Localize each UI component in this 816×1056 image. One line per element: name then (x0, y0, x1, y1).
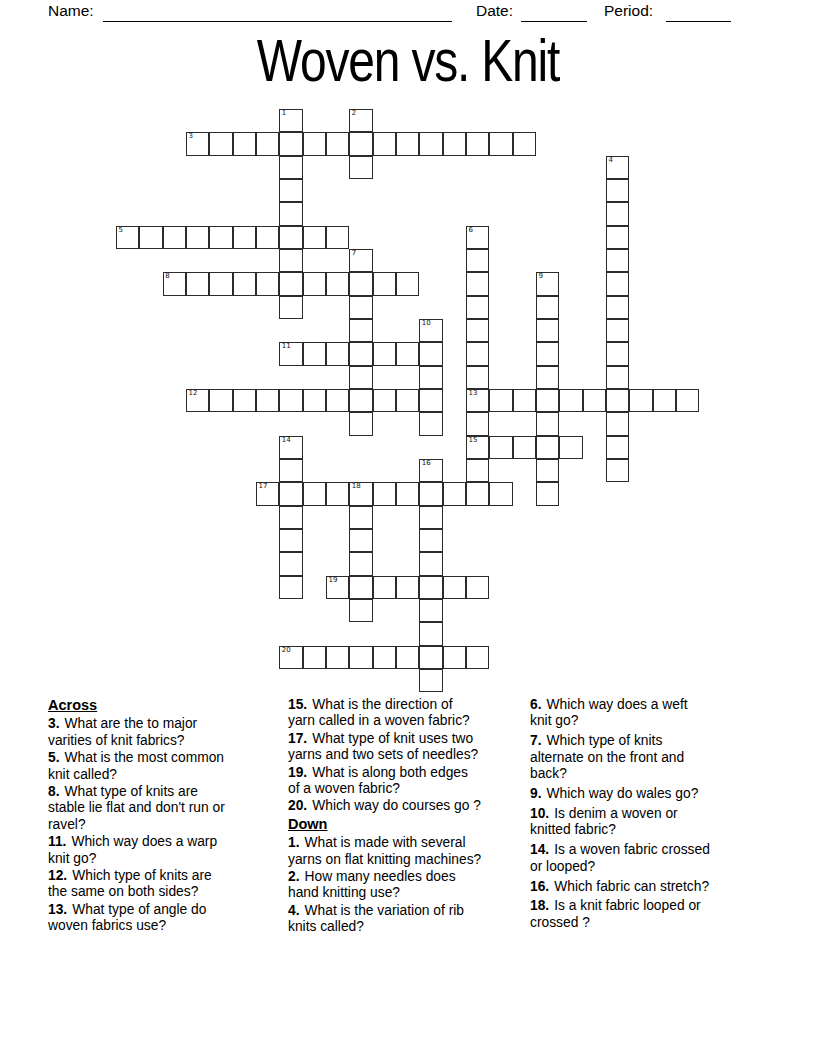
grid-cell-r5c4[interactable] (209, 226, 232, 249)
clue-text: How many needles does hand knitting use? (288, 869, 456, 900)
grid-cell-r7c15[interactable] (466, 272, 489, 295)
grid-cell-r18c13[interactable] (419, 529, 442, 552)
grid-cell-r12c17[interactable] (513, 389, 536, 412)
grid-cell-r1c7[interactable] (279, 132, 302, 155)
grid-cell-r17c10[interactable] (349, 506, 372, 529)
clue-text: What type of knit uses two yarns and two… (288, 731, 478, 762)
grid-cell-r1c4[interactable] (209, 132, 232, 155)
grid-cell-r7c4[interactable] (209, 272, 232, 295)
grid-cell-r5c0[interactable]: 5 (116, 226, 139, 249)
grid-cell-r0c7[interactable]: 1 (279, 109, 302, 132)
grid-cell-r12c22[interactable] (629, 389, 652, 412)
clue-down-9: 9.Which way do wales go? (530, 786, 748, 802)
grid-cell-r6c21[interactable] (606, 249, 629, 272)
grid-cell-r16c13[interactable] (419, 482, 442, 505)
clue-number: 6. (530, 697, 542, 712)
clue-number: 15. (288, 697, 307, 712)
cell-number: 7 (352, 249, 356, 258)
grid-cell-r5c15[interactable]: 6 (466, 226, 489, 249)
clue-number: 2. (288, 869, 300, 884)
cell-number: 1 (282, 109, 286, 118)
clue-number: 4. (288, 903, 300, 918)
grid-cell-r20c10[interactable] (349, 576, 372, 599)
grid-cell-r12c4[interactable] (209, 389, 232, 412)
clue-text: What is the most common knit called? (48, 750, 224, 781)
clue-across-17: 17.What type of knit uses two yarns and … (288, 731, 538, 764)
grid-cell-r11c13[interactable] (419, 366, 442, 389)
clue-down-16: 16.Which fabric can stretch? (530, 879, 748, 895)
cell-number: 10 (422, 319, 431, 328)
grid-cell-r8c15[interactable] (466, 296, 489, 319)
clue-text: Is a woven fabric crossed or looped? (530, 842, 710, 873)
name-label: Name: (48, 2, 94, 20)
grid-cell-r7c21[interactable] (606, 272, 629, 295)
worksheet-title: Woven vs. Knit (82, 30, 735, 92)
clue-down-2: 2.How many needles does hand knitting us… (288, 869, 538, 902)
grid-cell-r10c18[interactable] (536, 342, 559, 365)
grid-cell-r9c18[interactable] (536, 319, 559, 342)
grid-cell-r23c8[interactable] (303, 646, 326, 669)
cell-number: 8 (165, 272, 169, 281)
clue-text: Is denim a woven or knitted fabric? (530, 806, 678, 837)
clue-text: What is the variation of rib knits calle… (288, 903, 464, 934)
grid-cell-r5c21[interactable] (606, 226, 629, 249)
grid-cell-r5c3[interactable] (186, 226, 209, 249)
grid-cell-r12c16[interactable] (489, 389, 512, 412)
grid-cell-r14c19[interactable] (559, 436, 582, 459)
grid-cell-r15c21[interactable] (606, 459, 629, 482)
clue-down-6: 6.Which way does a weft knit go? (530, 697, 748, 730)
grid-cell-r16c11[interactable] (373, 482, 396, 505)
grid-cell-r11c18[interactable] (536, 366, 559, 389)
grid-cell-r7c8[interactable] (303, 272, 326, 295)
clue-down-18: 18.Is a knit fabric looped or crossed ? (530, 898, 748, 931)
clue-text: Which way does a warp knit go? (48, 834, 217, 865)
grid-cell-r23c7[interactable]: 20 (279, 646, 302, 669)
grid-cell-r19c7[interactable] (279, 552, 302, 575)
grid-cell-r13c15[interactable] (466, 412, 489, 435)
cell-number: 14 (282, 436, 291, 445)
grid-cell-r15c13[interactable]: 16 (419, 459, 442, 482)
grid-cell-r16c10[interactable]: 18 (349, 482, 372, 505)
grid-cell-r14c16[interactable] (489, 436, 512, 459)
grid-cell-r12c9[interactable] (326, 389, 349, 412)
grid-cell-r5c5[interactable] (233, 226, 256, 249)
grid-cell-r12c7[interactable] (279, 389, 302, 412)
grid-cell-r5c6[interactable] (256, 226, 279, 249)
grid-cell-r19c10[interactable] (349, 552, 372, 575)
grid-cell-r9c13[interactable]: 10 (419, 319, 442, 342)
grid-cell-r7c2[interactable]: 8 (163, 272, 186, 295)
period-input-line[interactable] (666, 4, 731, 22)
grid-cell-r5c7[interactable] (279, 226, 302, 249)
grid-cell-r12c15[interactable]: 13 (466, 389, 489, 412)
grid-cell-r23c12[interactable] (396, 646, 419, 669)
clue-down-10: 10.Is denim a woven or knitted fabric? (530, 806, 748, 839)
grid-cell-r10c9[interactable] (326, 342, 349, 365)
clue-number: 13. (48, 902, 67, 917)
clue-across-15: 15.What is the direction of yarn called … (288, 697, 538, 730)
clue-text: Which way do wales go? (547, 786, 699, 801)
grid-cell-r5c2[interactable] (163, 226, 186, 249)
clue-text: Which type of knits are the same on both… (48, 868, 212, 899)
clue-text: Which type of knits alternate on the fro… (530, 733, 684, 781)
period-label: Period: (604, 2, 653, 20)
grid-cell-r20c11[interactable] (373, 576, 396, 599)
cell-number: 19 (328, 576, 337, 585)
cell-number: 3 (188, 132, 192, 141)
grid-cell-r15c7[interactable] (279, 459, 302, 482)
clue-text: What is made with several yarns on flat … (288, 835, 481, 866)
clue-number: 12. (48, 868, 67, 883)
grid-cell-r12c20[interactable] (583, 389, 606, 412)
grid-cell-r14c21[interactable] (606, 436, 629, 459)
clue-number: 1. (288, 835, 300, 850)
grid-cell-r17c13[interactable] (419, 506, 442, 529)
grid-cell-r2c10[interactable] (349, 156, 372, 179)
clue-across-3: 3.What are the to major varities of knit… (48, 716, 294, 749)
grid-cell-r2c7[interactable] (279, 156, 302, 179)
cell-number: 17 (258, 482, 267, 491)
grid-cell-r20c15[interactable] (466, 576, 489, 599)
grid-cell-r9c21[interactable] (606, 319, 629, 342)
grid-cell-r7c3[interactable] (186, 272, 209, 295)
grid-cell-r12c11[interactable] (373, 389, 396, 412)
grid-cell-r10c12[interactable] (396, 342, 419, 365)
grid-cell-r10c8[interactable] (303, 342, 326, 365)
grid-cell-r12c3[interactable]: 12 (186, 389, 209, 412)
crossword-grid: 1234567891011121314151617181920 (116, 109, 699, 692)
clue-text: Is a knit fabric looped or crossed ? (530, 898, 701, 929)
grid-cell-r0c10[interactable]: 2 (349, 109, 372, 132)
clue-number: 7. (530, 733, 542, 748)
grid-cell-r12c21[interactable] (606, 389, 629, 412)
grid-cell-r2c21[interactable]: 4 (606, 156, 629, 179)
clue-number: 8. (48, 784, 60, 799)
clue-text: Which way does a weft knit go? (530, 697, 688, 728)
cell-number: 13 (468, 389, 477, 398)
grid-cell-r16c16[interactable] (489, 482, 512, 505)
grid-cell-r10c10[interactable] (349, 342, 372, 365)
clue-column-2: 15.What is the direction of yarn called … (288, 697, 538, 937)
grid-cell-r16c12[interactable] (396, 482, 419, 505)
grid-cell-r16c14[interactable] (443, 482, 466, 505)
grid-cell-r5c9[interactable] (326, 226, 349, 249)
grid-cell-r1c12[interactable] (396, 132, 419, 155)
grid-cell-r7c12[interactable] (396, 272, 419, 295)
grid-cell-r20c13[interactable] (419, 576, 442, 599)
grid-cell-r5c1[interactable] (139, 226, 162, 249)
name-input-line[interactable] (103, 4, 452, 22)
cell-number: 20 (282, 646, 291, 655)
grid-cell-r22c13[interactable] (419, 622, 442, 645)
grid-cell-r16c15[interactable] (466, 482, 489, 505)
grid-cell-r18c10[interactable] (349, 529, 372, 552)
clue-number: 14. (530, 842, 549, 857)
clue-across-5: 5.What is the most common knit called? (48, 750, 294, 783)
grid-cell-r14c15[interactable]: 15 (466, 436, 489, 459)
grid-cell-r9c15[interactable] (466, 319, 489, 342)
grid-cell-r13c13[interactable] (419, 412, 442, 435)
grid-cell-r12c19[interactable] (559, 389, 582, 412)
clue-text: What is along both edges of a woven fabr… (288, 765, 468, 796)
cell-number: 9 (538, 272, 542, 281)
grid-cell-r16c18[interactable] (536, 482, 559, 505)
grid-cell-r18c7[interactable] (279, 529, 302, 552)
grid-cell-r1c13[interactable] (419, 132, 442, 155)
grid-cell-r11c10[interactable] (349, 366, 372, 389)
grid-cell-r10c15[interactable] (466, 342, 489, 365)
grid-cell-r6c7[interactable] (279, 249, 302, 272)
grid-cell-r23c11[interactable] (373, 646, 396, 669)
grid-cell-r1c10[interactable] (349, 132, 372, 155)
grid-cell-r16c9[interactable] (326, 482, 349, 505)
grid-cell-r1c16[interactable] (489, 132, 512, 155)
date-input-line[interactable] (521, 4, 587, 22)
grid-cell-r12c18[interactable] (536, 389, 559, 412)
grid-cell-r20c7[interactable] (279, 576, 302, 599)
grid-cell-r17c7[interactable] (279, 506, 302, 529)
grid-cell-r1c3[interactable]: 3 (186, 132, 209, 155)
grid-cell-r8c10[interactable] (349, 296, 372, 319)
grid-cell-r6c15[interactable] (466, 249, 489, 272)
grid-cell-r8c7[interactable] (279, 296, 302, 319)
grid-cell-r12c24[interactable] (676, 389, 699, 412)
grid-cell-r23c14[interactable] (443, 646, 466, 669)
clue-number: 17. (288, 731, 307, 746)
grid-cell-r10c11[interactable] (373, 342, 396, 365)
clue-down-7: 7.Which type of knits alternate on the f… (530, 733, 748, 782)
grid-cell-r16c7[interactable] (279, 482, 302, 505)
grid-cell-r15c18[interactable] (536, 459, 559, 482)
cell-number: 16 (422, 459, 431, 468)
grid-cell-r23c10[interactable] (349, 646, 372, 669)
clue-number: 9. (530, 786, 542, 801)
grid-cell-r20c14[interactable] (443, 576, 466, 599)
grid-cell-r10c13[interactable] (419, 342, 442, 365)
cell-number: 6 (468, 226, 472, 235)
grid-cell-r7c6[interactable] (256, 272, 279, 295)
clue-across-20: 20.Which way do courses go ? (288, 798, 538, 814)
grid-cell-r5c8[interactable] (303, 226, 326, 249)
grid-cell-r13c10[interactable] (349, 412, 372, 435)
grid-cell-r4c21[interactable] (606, 202, 629, 225)
clue-across-11: 11.Which way does a warp knit go? (48, 834, 294, 867)
grid-cell-r19c13[interactable] (419, 552, 442, 575)
grid-cell-r1c11[interactable] (373, 132, 396, 155)
grid-cell-r1c9[interactable] (326, 132, 349, 155)
grid-cell-r23c15[interactable] (466, 646, 489, 669)
cell-number: 11 (282, 342, 291, 351)
grid-cell-r7c18[interactable]: 9 (536, 272, 559, 295)
grid-cell-r7c11[interactable] (373, 272, 396, 295)
grid-cell-r11c15[interactable] (466, 366, 489, 389)
clue-number: 10. (530, 806, 549, 821)
clue-across-8: 8.What type of knits are stable lie flat… (48, 784, 294, 833)
grid-cell-r14c7[interactable]: 14 (279, 436, 302, 459)
cell-number: 18 (352, 482, 361, 491)
grid-cell-r24c13[interactable] (419, 669, 442, 692)
clue-number: 3. (48, 716, 60, 731)
clue-text: Which way do courses go ? (312, 798, 481, 813)
clue-number: 20. (288, 798, 307, 813)
grid-cell-r1c17[interactable] (513, 132, 536, 155)
grid-cell-r8c21[interactable] (606, 296, 629, 319)
grid-cell-r1c6[interactable] (256, 132, 279, 155)
grid-cell-r4c7[interactable] (279, 202, 302, 225)
grid-cell-r3c7[interactable] (279, 179, 302, 202)
clue-number: 19. (288, 765, 307, 780)
grid-cell-r1c8[interactable] (303, 132, 326, 155)
cell-number: 15 (468, 436, 477, 445)
clue-number: 5. (48, 750, 60, 765)
grid-cell-r20c12[interactable] (396, 576, 419, 599)
grid-cell-r10c21[interactable] (606, 342, 629, 365)
grid-cell-r13c18[interactable] (536, 412, 559, 435)
grid-cell-r7c9[interactable] (326, 272, 349, 295)
grid-cell-r7c7[interactable] (279, 272, 302, 295)
down-heading: Down (288, 816, 538, 832)
grid-cell-r1c15[interactable] (466, 132, 489, 155)
grid-cell-r1c14[interactable] (443, 132, 466, 155)
grid-cell-r3c21[interactable] (606, 179, 629, 202)
clue-down-4: 4.What is the variation of rib knits cal… (288, 903, 538, 936)
across-heading: Across (48, 697, 294, 713)
clue-text: What is the direction of yarn called in … (288, 697, 470, 728)
grid-cell-r12c10[interactable] (349, 389, 372, 412)
grid-cell-r12c6[interactable] (256, 389, 279, 412)
grid-cell-r14c17[interactable] (513, 436, 536, 459)
clue-number: 11. (48, 834, 66, 849)
grid-cell-r7c5[interactable] (233, 272, 256, 295)
clue-down-14: 14.Is a woven fabric crossed or looped? (530, 842, 748, 875)
clue-text: Which fabric can stretch? (554, 879, 709, 894)
clue-text: What are the to major varities of knit f… (48, 716, 197, 747)
grid-cell-r21c10[interactable] (349, 599, 372, 622)
grid-cell-r6c10[interactable]: 7 (349, 249, 372, 272)
grid-cell-r23c13[interactable] (419, 646, 442, 669)
grid-cell-r10c7[interactable]: 11 (279, 342, 302, 365)
cell-number: 5 (119, 226, 123, 235)
clue-across-12: 12.Which type of knits are the same on b… (48, 868, 294, 901)
grid-cell-r23c9[interactable] (326, 646, 349, 669)
grid-cell-r12c13[interactable] (419, 389, 442, 412)
clue-column-3: 6.Which way does a weft knit go?7.Which … (530, 697, 748, 935)
grid-cell-r21c13[interactable] (419, 599, 442, 622)
clue-number: 16. (530, 879, 549, 894)
clue-text: What type of angle do woven fabrics use? (48, 902, 206, 933)
grid-cell-r16c8[interactable] (303, 482, 326, 505)
clue-column-1: Across3.What are the to major varities o… (48, 697, 294, 936)
clue-across-19: 19.What is along both edges of a woven f… (288, 765, 538, 798)
cell-number: 12 (188, 389, 197, 398)
cell-number: 4 (608, 156, 612, 165)
grid-cell-r7c10[interactable] (349, 272, 372, 295)
grid-cell-r15c15[interactable] (466, 459, 489, 482)
grid-cell-r16c6[interactable]: 17 (256, 482, 279, 505)
grid-cell-r11c21[interactable] (606, 366, 629, 389)
grid-cell-r8c18[interactable] (536, 296, 559, 319)
clue-down-1: 1.What is made with several yarns on fla… (288, 835, 538, 868)
grid-cell-r13c21[interactable] (606, 412, 629, 435)
grid-cell-r14c18[interactable] (536, 436, 559, 459)
clue-across-13: 13.What type of angle do woven fabrics u… (48, 902, 294, 935)
grid-cell-r12c8[interactable] (303, 389, 326, 412)
grid-cell-r12c12[interactable] (396, 389, 419, 412)
grid-cell-r12c23[interactable] (653, 389, 676, 412)
cell-number: 2 (352, 109, 356, 118)
grid-cell-r9c10[interactable] (349, 319, 372, 342)
clue-text: What type of knits are stable lie flat a… (48, 784, 225, 832)
grid-cell-r20c9[interactable]: 19 (326, 576, 349, 599)
grid-cell-r1c5[interactable] (233, 132, 256, 155)
clue-number: 18. (530, 898, 549, 913)
grid-cell-r12c5[interactable] (233, 389, 256, 412)
date-label: Date: (476, 2, 513, 20)
